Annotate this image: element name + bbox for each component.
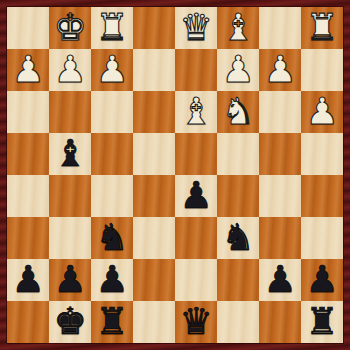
chess-diagram: ♚♜♛♝♜♟♟♟♟♟♝♞♟♝♟♞♞♟♟♟♟♟♚♜♛♜ [0, 0, 350, 350]
square-b7[interactable]: ♟ [259, 259, 301, 301]
square-d8[interactable]: ♛ [175, 301, 217, 343]
white-pawn[interactable]: ♟ [217, 49, 259, 91]
square-d6[interactable] [175, 217, 217, 259]
white-bishop[interactable]: ♝ [175, 91, 217, 133]
black-queen[interactable]: ♛ [175, 301, 217, 343]
square-c1[interactable]: ♝ [217, 7, 259, 49]
black-rook[interactable]: ♜ [301, 301, 343, 343]
square-f7[interactable]: ♟ [91, 259, 133, 301]
square-g2[interactable]: ♟ [49, 49, 91, 91]
square-a8[interactable]: ♜ [301, 301, 343, 343]
black-pawn[interactable]: ♟ [91, 259, 133, 301]
black-rook[interactable]: ♜ [91, 301, 133, 343]
square-g5[interactable] [49, 175, 91, 217]
white-pawn[interactable]: ♟ [49, 49, 91, 91]
black-pawn[interactable]: ♟ [7, 259, 49, 301]
white-pawn[interactable]: ♟ [259, 49, 301, 91]
square-f1[interactable]: ♜ [91, 7, 133, 49]
white-rook[interactable]: ♜ [301, 7, 343, 49]
square-g7[interactable]: ♟ [49, 259, 91, 301]
square-h3[interactable] [7, 91, 49, 133]
square-e5[interactable] [133, 175, 175, 217]
white-bishop[interactable]: ♝ [217, 7, 259, 49]
black-king[interactable]: ♚ [49, 301, 91, 343]
square-d2[interactable] [175, 49, 217, 91]
square-e2[interactable] [133, 49, 175, 91]
square-b5[interactable] [259, 175, 301, 217]
square-f2[interactable]: ♟ [91, 49, 133, 91]
square-c3[interactable]: ♞ [217, 91, 259, 133]
white-knight[interactable]: ♞ [217, 91, 259, 133]
square-e1[interactable] [133, 7, 175, 49]
square-h4[interactable] [7, 133, 49, 175]
square-a4[interactable] [301, 133, 343, 175]
black-pawn[interactable]: ♟ [259, 259, 301, 301]
square-f3[interactable] [91, 91, 133, 133]
square-d3[interactable]: ♝ [175, 91, 217, 133]
black-knight[interactable]: ♞ [91, 217, 133, 259]
black-pawn[interactable]: ♟ [49, 259, 91, 301]
square-g3[interactable] [49, 91, 91, 133]
white-pawn[interactable]: ♟ [7, 49, 49, 91]
white-king[interactable]: ♚ [49, 7, 91, 49]
square-c5[interactable] [217, 175, 259, 217]
white-pawn[interactable]: ♟ [301, 91, 343, 133]
black-knight[interactable]: ♞ [217, 217, 259, 259]
square-h5[interactable] [7, 175, 49, 217]
white-queen[interactable]: ♛ [175, 7, 217, 49]
square-c8[interactable] [217, 301, 259, 343]
square-c6[interactable]: ♞ [217, 217, 259, 259]
square-d1[interactable]: ♛ [175, 7, 217, 49]
square-g8[interactable]: ♚ [49, 301, 91, 343]
square-e4[interactable] [133, 133, 175, 175]
square-f6[interactable]: ♞ [91, 217, 133, 259]
square-b1[interactable] [259, 7, 301, 49]
square-h8[interactable] [7, 301, 49, 343]
white-rook[interactable]: ♜ [91, 7, 133, 49]
square-e6[interactable] [133, 217, 175, 259]
square-f4[interactable] [91, 133, 133, 175]
square-c7[interactable] [217, 259, 259, 301]
square-d4[interactable] [175, 133, 217, 175]
square-b3[interactable] [259, 91, 301, 133]
square-e7[interactable] [133, 259, 175, 301]
square-d5[interactable]: ♟ [175, 175, 217, 217]
square-a6[interactable] [301, 217, 343, 259]
black-pawn[interactable]: ♟ [175, 175, 217, 217]
black-bishop[interactable]: ♝ [49, 133, 91, 175]
square-h6[interactable] [7, 217, 49, 259]
square-g1[interactable]: ♚ [49, 7, 91, 49]
square-a7[interactable]: ♟ [301, 259, 343, 301]
square-a5[interactable] [301, 175, 343, 217]
square-d7[interactable] [175, 259, 217, 301]
square-e8[interactable] [133, 301, 175, 343]
square-c4[interactable] [217, 133, 259, 175]
square-h1[interactable] [7, 7, 49, 49]
square-e3[interactable] [133, 91, 175, 133]
square-a1[interactable]: ♜ [301, 7, 343, 49]
square-c2[interactable]: ♟ [217, 49, 259, 91]
square-f5[interactable] [91, 175, 133, 217]
square-a3[interactable]: ♟ [301, 91, 343, 133]
white-pawn[interactable]: ♟ [91, 49, 133, 91]
square-h2[interactable]: ♟ [7, 49, 49, 91]
square-a2[interactable] [301, 49, 343, 91]
square-b6[interactable] [259, 217, 301, 259]
square-b8[interactable] [259, 301, 301, 343]
square-b2[interactable]: ♟ [259, 49, 301, 91]
square-h7[interactable]: ♟ [7, 259, 49, 301]
square-g4[interactable]: ♝ [49, 133, 91, 175]
chess-board[interactable]: ♚♜♛♝♜♟♟♟♟♟♝♞♟♝♟♞♞♟♟♟♟♟♚♜♛♜ [7, 7, 343, 343]
square-g6[interactable] [49, 217, 91, 259]
black-pawn[interactable]: ♟ [301, 259, 343, 301]
square-f8[interactable]: ♜ [91, 301, 133, 343]
square-b4[interactable] [259, 133, 301, 175]
